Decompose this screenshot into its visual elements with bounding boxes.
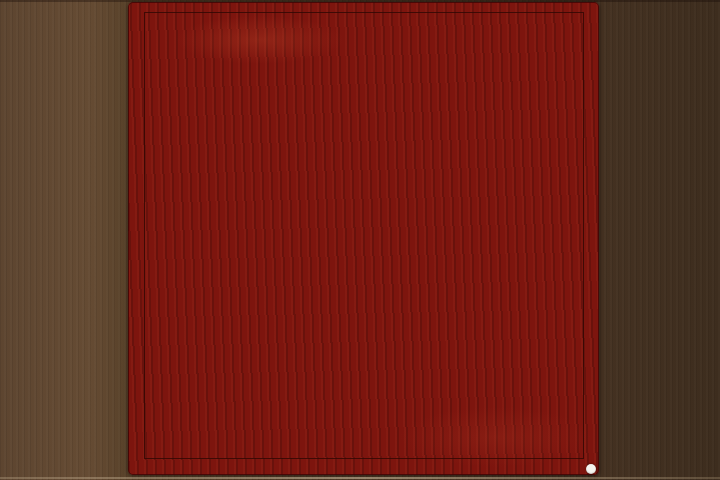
rank-labels — [128, 13, 145, 458]
white-to-move-indicator — [586, 464, 596, 474]
chess-board — [128, 2, 599, 475]
file-labels — [145, 458, 583, 475]
board-squares — [145, 13, 583, 458]
table-background — [0, 0, 720, 480]
